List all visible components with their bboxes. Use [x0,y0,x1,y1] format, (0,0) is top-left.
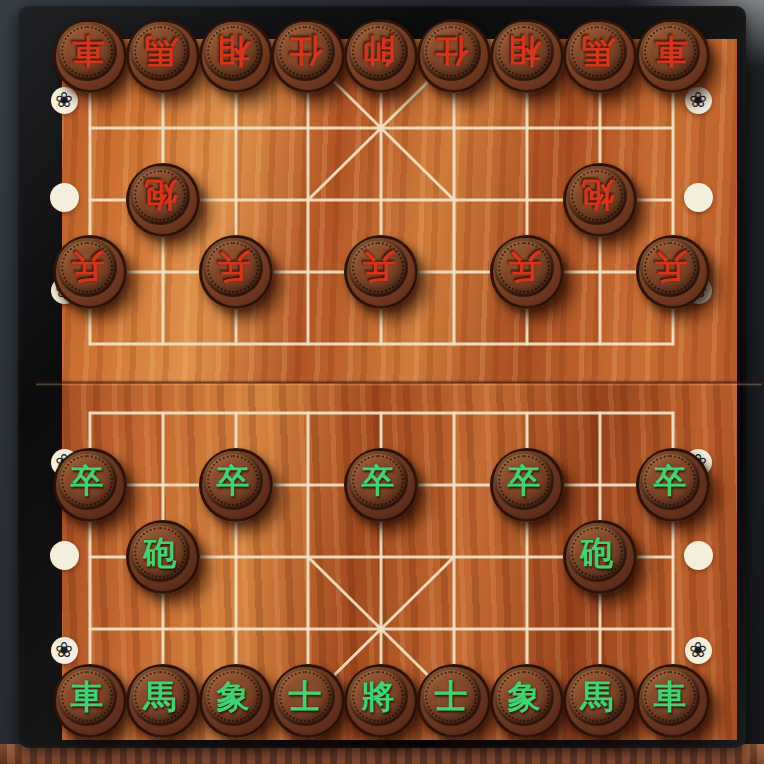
piece-red-soldier[interactable]: 兵 [344,235,418,309]
piece-character: 卒 [654,464,687,497]
piece-green-soldier[interactable]: 卒 [344,448,418,522]
piece-character: 兵 [654,251,687,284]
piece-red-horse[interactable]: 馬 [563,19,637,93]
piece-face: 象 [203,667,263,726]
piece-green-advisor[interactable]: 士 [271,664,345,738]
piece-red-soldier[interactable]: 兵 [490,235,564,309]
piece-character: 馬 [144,680,177,713]
piece-character: 仕 [435,35,468,68]
piece-character: 士 [289,680,322,713]
piece-character: 炮 [144,179,177,212]
piece-green-advisor[interactable]: 士 [417,664,491,738]
piece-character: 卒 [217,464,250,497]
piece-character: 馬 [144,35,177,68]
piece-face: 兵 [57,238,117,297]
piece-character: 車 [71,680,104,713]
piece-character: 相 [217,35,250,68]
piece-face: 車 [57,22,117,81]
piece-face: 卒 [640,451,700,510]
piece-character: 炮 [581,179,614,212]
piece-red-advisor[interactable]: 仕 [417,19,491,93]
piece-green-elephant[interactable]: 象 [490,664,564,738]
piece-face: 兵 [494,238,554,297]
piece-red-cannon[interactable]: 炮 [563,163,637,237]
piece-red-general[interactable]: 帥 [344,19,418,93]
piece-green-soldier[interactable]: 卒 [199,448,273,522]
piece-character: 砲 [144,536,177,569]
piece-face: 卒 [57,451,117,510]
piece-face: 兵 [203,238,263,297]
piece-character: 仕 [289,35,322,68]
piece-face: 兵 [348,238,408,297]
piece-face: 帥 [348,22,408,81]
piece-character: 兵 [508,251,541,284]
piece-red-soldier[interactable]: 兵 [53,235,127,309]
piece-green-soldier[interactable]: 卒 [53,448,127,522]
piece-character: 馬 [581,35,614,68]
piece-face: 砲 [567,523,627,582]
piece-face: 士 [275,667,335,726]
piece-face: 相 [494,22,554,81]
piece-face: 卒 [203,451,263,510]
piece-character: 車 [654,35,687,68]
piece-character: 卒 [508,464,541,497]
piece-face: 將 [348,667,408,726]
piece-character: 兵 [217,251,250,284]
piece-character: 砲 [581,536,614,569]
piece-green-chariot[interactable]: 車 [636,664,710,738]
piece-red-cannon[interactable]: 炮 [126,163,200,237]
piece-character: 象 [217,680,250,713]
piece-face: 車 [57,667,117,726]
piece-character: 士 [435,680,468,713]
piece-green-general[interactable]: 將 [344,664,418,738]
piece-green-chariot[interactable]: 車 [53,664,127,738]
piece-red-chariot[interactable]: 車 [636,19,710,93]
pieces-layer: 車馬相仕帥仕相馬車炮炮兵兵兵兵兵卒卒卒卒卒砲砲車馬象士將士象馬車 [0,0,764,764]
piece-face: 兵 [640,238,700,297]
piece-character: 車 [71,35,104,68]
piece-red-elephant[interactable]: 相 [490,19,564,93]
piece-face: 車 [640,667,700,726]
piece-green-soldier[interactable]: 卒 [636,448,710,522]
piece-character: 將 [362,680,395,713]
piece-red-soldier[interactable]: 兵 [199,235,273,309]
piece-face: 仕 [421,22,481,81]
piece-face: 馬 [567,667,627,726]
piece-character: 兵 [362,251,395,284]
piece-green-soldier[interactable]: 卒 [490,448,564,522]
piece-face: 馬 [567,22,627,81]
piece-green-horse[interactable]: 馬 [563,664,637,738]
piece-character: 卒 [362,464,395,497]
piece-face: 炮 [567,166,627,225]
piece-green-elephant[interactable]: 象 [199,664,273,738]
piece-character: 帥 [362,35,395,68]
piece-red-chariot[interactable]: 車 [53,19,127,93]
piece-face: 象 [494,667,554,726]
piece-face: 卒 [348,451,408,510]
piece-face: 仕 [275,22,335,81]
piece-green-cannon[interactable]: 砲 [126,520,200,594]
piece-face: 卒 [494,451,554,510]
piece-character: 象 [508,680,541,713]
piece-green-horse[interactable]: 馬 [126,664,200,738]
photo-background: ❀❀❀❀❀❀❀❀ 車馬相仕帥仕相馬車炮炮兵兵兵兵兵卒卒卒卒卒砲砲車馬象士將士象馬… [0,0,764,764]
piece-character: 相 [508,35,541,68]
piece-face: 士 [421,667,481,726]
piece-character: 車 [654,680,687,713]
piece-character: 馬 [581,680,614,713]
piece-face: 車 [640,22,700,81]
piece-red-horse[interactable]: 馬 [126,19,200,93]
piece-face: 相 [203,22,263,81]
piece-red-advisor[interactable]: 仕 [271,19,345,93]
piece-green-cannon[interactable]: 砲 [563,520,637,594]
piece-face: 炮 [130,166,190,225]
piece-face: 砲 [130,523,190,582]
piece-face: 馬 [130,667,190,726]
piece-red-elephant[interactable]: 相 [199,19,273,93]
piece-face: 馬 [130,22,190,81]
piece-character: 兵 [71,251,104,284]
piece-character: 卒 [71,464,104,497]
piece-red-soldier[interactable]: 兵 [636,235,710,309]
